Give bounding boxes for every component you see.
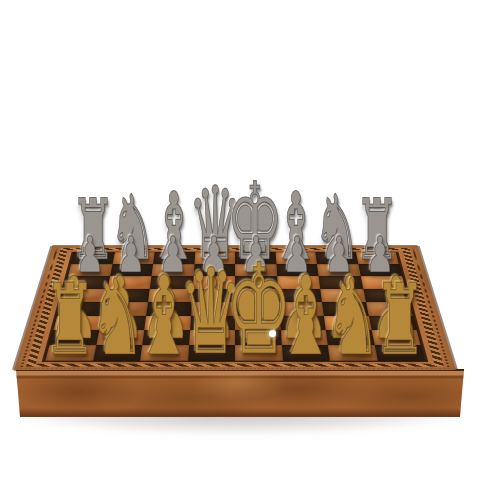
rook-glyph: ♜ [373,284,426,357]
reflection-artifact [269,330,276,337]
piece-gold-rook-h1[interactable]: ♜ [355,284,443,357]
photo-canvas: ♜♞♝♛♚♝♞♜♟♟♟♟♟♟♟♟♟♟♟♟♟♟♟♟♜♞♝♛♚♝♞♜ [0,0,480,480]
